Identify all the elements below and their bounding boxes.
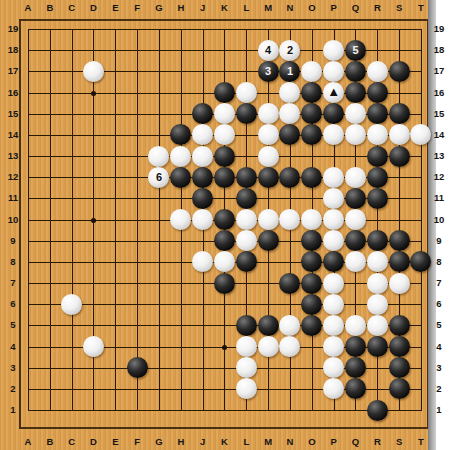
stone-black-S17[interactable]	[389, 61, 410, 82]
stone-white-R5[interactable]	[367, 315, 388, 336]
stone-black-Q16[interactable]	[345, 82, 366, 103]
stone-black-R12[interactable]	[367, 167, 388, 188]
stone-white-P11[interactable]	[323, 188, 344, 209]
stone-black-Q11[interactable]	[345, 188, 366, 209]
coord-right-5: 5	[428, 319, 450, 330]
coord-right-18: 18	[428, 44, 450, 55]
stone-white-G13[interactable]	[148, 146, 169, 167]
coord-top-B: B	[40, 2, 60, 13]
coord-top-T: T	[411, 2, 431, 13]
coord-top-H: H	[171, 2, 191, 13]
coord-top-O: O	[302, 2, 322, 13]
coord-bottom-M: M	[258, 436, 278, 447]
stone-black-K16[interactable]	[214, 82, 235, 103]
stone-white-R14[interactable]	[367, 124, 388, 145]
stone-white-M14[interactable]	[258, 124, 279, 145]
stone-black-Q4[interactable]	[345, 336, 366, 357]
stone-black-J11[interactable]	[192, 188, 213, 209]
coord-top-R: R	[367, 2, 387, 13]
stone-white-R17[interactable]	[367, 61, 388, 82]
coord-bottom-D: D	[83, 436, 103, 447]
stone-white-P17[interactable]	[323, 61, 344, 82]
coord-right-4: 4	[428, 341, 450, 352]
coord-left-15: 15	[2, 108, 24, 119]
coord-right-6: 6	[428, 298, 450, 309]
coord-left-12: 12	[2, 171, 24, 182]
coord-right-13: 13	[428, 150, 450, 161]
coord-bottom-P: P	[324, 436, 344, 447]
coord-left-6: 6	[2, 298, 24, 309]
coord-bottom-Q: Q	[345, 436, 365, 447]
stone-white-C6[interactable]	[61, 294, 82, 315]
coord-left-2: 2	[2, 383, 24, 394]
go-board-diagram: 42531▲6AABBCCDDEEFFGGHHJJKKLLMMNNOOPPQQR…	[0, 0, 450, 450]
stone-black-Q9[interactable]	[345, 230, 366, 251]
coord-right-10: 10	[428, 214, 450, 225]
stone-black-S4[interactable]	[389, 336, 410, 357]
stone-black-O12[interactable]	[301, 167, 322, 188]
coord-right-2: 2	[428, 383, 450, 394]
coord-top-M: M	[258, 2, 278, 13]
stone-white-P4[interactable]	[323, 336, 344, 357]
coord-bottom-G: G	[149, 436, 169, 447]
stone-white-S7[interactable]	[389, 273, 410, 294]
coord-bottom-N: N	[280, 436, 300, 447]
coord-left-17: 17	[2, 65, 24, 76]
coord-top-P: P	[324, 2, 344, 13]
coord-left-9: 9	[2, 235, 24, 246]
coord-right-3: 3	[428, 362, 450, 373]
coord-bottom-T: T	[411, 436, 431, 447]
stone-black-R11[interactable]	[367, 188, 388, 209]
coord-bottom-K: K	[214, 436, 234, 447]
stone-white-L9[interactable]	[236, 230, 257, 251]
stone-white-M15[interactable]	[258, 103, 279, 124]
coord-top-G: G	[149, 2, 169, 13]
stone-black-J12[interactable]	[192, 167, 213, 188]
stone-black-O7[interactable]	[301, 273, 322, 294]
stone-white-M4[interactable]	[258, 336, 279, 357]
stone-white-P18[interactable]	[323, 40, 344, 61]
coord-bottom-R: R	[367, 436, 387, 447]
coord-right-11: 11	[428, 192, 450, 203]
stone-white-P5[interactable]	[323, 315, 344, 336]
stone-black-K7[interactable]	[214, 273, 235, 294]
coord-right-15: 15	[428, 108, 450, 119]
coord-top-C: C	[62, 2, 82, 13]
stone-black-M5[interactable]	[258, 315, 279, 336]
stone-white-Q10[interactable]	[345, 209, 366, 230]
stone-white-R8[interactable]	[367, 251, 388, 272]
coord-right-8: 8	[428, 256, 450, 267]
stone-white-P16[interactable]: ▲	[323, 82, 344, 103]
stone-black-K12[interactable]	[214, 167, 235, 188]
stone-black-R13[interactable]	[367, 146, 388, 167]
coord-bottom-E: E	[105, 436, 125, 447]
coord-left-11: 11	[2, 192, 24, 203]
coord-left-8: 8	[2, 256, 24, 267]
coord-top-S: S	[389, 2, 409, 13]
stone-white-H13[interactable]	[170, 146, 191, 167]
coord-bottom-O: O	[302, 436, 322, 447]
stone-white-K15[interactable]	[214, 103, 235, 124]
coord-top-Q: Q	[345, 2, 365, 13]
grid-horizontal-line	[28, 304, 422, 305]
stone-white-S14[interactable]	[389, 124, 410, 145]
stone-black-F3[interactable]	[127, 357, 148, 378]
coord-top-A: A	[18, 2, 38, 13]
coord-left-3: 3	[2, 362, 24, 373]
coord-left-4: 4	[2, 341, 24, 352]
coord-bottom-J: J	[193, 436, 213, 447]
coord-left-10: 10	[2, 214, 24, 225]
stone-white-L4[interactable]	[236, 336, 257, 357]
stone-white-R7[interactable]	[367, 273, 388, 294]
coord-left-18: 18	[2, 44, 24, 55]
stone-white-D4[interactable]	[83, 336, 104, 357]
coord-right-1: 1	[428, 404, 450, 415]
stone-black-K9[interactable]	[214, 230, 235, 251]
coord-right-19: 19	[428, 23, 450, 34]
coord-right-12: 12	[428, 171, 450, 182]
stone-black-S9[interactable]	[389, 230, 410, 251]
stone-white-L16[interactable]	[236, 82, 257, 103]
stone-white-P6[interactable]	[323, 294, 344, 315]
move-3-stone-M17[interactable]: 3	[258, 61, 279, 82]
stone-black-R16[interactable]	[367, 82, 388, 103]
stone-black-L5[interactable]	[236, 315, 257, 336]
coord-top-E: E	[105, 2, 125, 13]
stone-white-L10[interactable]	[236, 209, 257, 230]
stone-white-Q15[interactable]	[345, 103, 366, 124]
coord-left-19: 19	[2, 23, 24, 34]
coord-right-14: 14	[428, 129, 450, 140]
coord-top-J: J	[193, 2, 213, 13]
stone-black-S13[interactable]	[389, 146, 410, 167]
stone-black-S3[interactable]	[389, 357, 410, 378]
stone-white-Q12[interactable]	[345, 167, 366, 188]
stone-black-O6[interactable]	[301, 294, 322, 315]
coord-left-13: 13	[2, 150, 24, 161]
coord-right-7: 7	[428, 277, 450, 288]
stone-black-H12[interactable]	[170, 167, 191, 188]
stone-white-P12[interactable]	[323, 167, 344, 188]
coord-left-7: 7	[2, 277, 24, 288]
stone-black-L12[interactable]	[236, 167, 257, 188]
stone-black-R9[interactable]	[367, 230, 388, 251]
stone-black-K13[interactable]	[214, 146, 235, 167]
stone-white-J10[interactable]	[192, 209, 213, 230]
stone-white-L3[interactable]	[236, 357, 257, 378]
stone-white-M13[interactable]	[258, 146, 279, 167]
stone-black-S15[interactable]	[389, 103, 410, 124]
coord-right-9: 9	[428, 235, 450, 246]
move-5-stone-Q18[interactable]: 5	[345, 40, 366, 61]
coord-top-L: L	[236, 2, 256, 13]
move-4-stone-M18[interactable]: 4	[258, 40, 279, 61]
stone-black-L15[interactable]	[236, 103, 257, 124]
coord-bottom-B: B	[40, 436, 60, 447]
stone-white-Q5[interactable]	[345, 315, 366, 336]
coord-top-F: F	[127, 2, 147, 13]
coord-top-N: N	[280, 2, 300, 13]
stone-black-R15[interactable]	[367, 103, 388, 124]
stone-black-M12[interactable]	[258, 167, 279, 188]
stone-black-Q3[interactable]	[345, 357, 366, 378]
stone-black-S2[interactable]	[389, 378, 410, 399]
stone-black-Q17[interactable]	[345, 61, 366, 82]
coord-bottom-H: H	[171, 436, 191, 447]
stone-black-S5[interactable]	[389, 315, 410, 336]
stone-black-N7[interactable]	[279, 273, 300, 294]
stone-black-R4[interactable]	[367, 336, 388, 357]
stone-white-D17[interactable]	[83, 61, 104, 82]
coord-top-D: D	[83, 2, 103, 13]
stone-black-L11[interactable]	[236, 188, 257, 209]
coord-right-17: 17	[428, 65, 450, 76]
coord-bottom-L: L	[236, 436, 256, 447]
stone-black-K10[interactable]	[214, 209, 235, 230]
coord-left-5: 5	[2, 319, 24, 330]
stone-black-R1[interactable]	[367, 400, 388, 421]
coord-right-16: 16	[428, 87, 450, 98]
grid-vertical-line	[421, 29, 422, 411]
stone-black-M9[interactable]	[258, 230, 279, 251]
stone-white-P10[interactable]	[323, 209, 344, 230]
stone-white-R6[interactable]	[367, 294, 388, 315]
coord-left-1: 1	[2, 404, 24, 415]
stone-white-M10[interactable]	[258, 209, 279, 230]
stone-white-J13[interactable]	[192, 146, 213, 167]
stone-white-P7[interactable]	[323, 273, 344, 294]
coord-bottom-A: A	[18, 436, 38, 447]
coord-left-14: 14	[2, 129, 24, 140]
coord-bottom-S: S	[389, 436, 409, 447]
coord-bottom-C: C	[62, 436, 82, 447]
grid-horizontal-line	[28, 410, 422, 411]
coord-top-K: K	[214, 2, 234, 13]
coord-bottom-F: F	[127, 436, 147, 447]
stone-black-S8[interactable]	[389, 251, 410, 272]
triangle-marker: ▲	[327, 85, 340, 98]
coord-left-16: 16	[2, 87, 24, 98]
